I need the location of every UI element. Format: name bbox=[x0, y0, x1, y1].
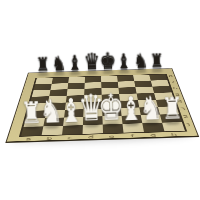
chess-set-photo: abcdefgh87654321 ♜♞♝♛♚♝♞♜♜♞♝♛♚♝♞♜ bbox=[0, 0, 200, 200]
chess-board-group: abcdefgh87654321 ♜♞♝♛♚♝♞♜♜♞♝♛♚♝♞♜ bbox=[0, 0, 200, 200]
black-rook-a8[interactable]: ♜ bbox=[36, 56, 50, 75]
white-knight-g1[interactable]: ♞ bbox=[139, 92, 163, 125]
file-label-g: g bbox=[142, 132, 164, 138]
white-rook-h1[interactable]: ♜ bbox=[161, 93, 183, 124]
black-bishop-f8[interactable]: ♝ bbox=[116, 52, 131, 72]
pieces-layer: ♜♞♝♛♚♝♞♜♜♞♝♛♚♝♞♜ bbox=[0, 0, 197, 3]
file-label-e: e bbox=[101, 134, 122, 140]
file-label-a: a bbox=[17, 136, 39, 142]
black-rook-h8[interactable]: ♜ bbox=[150, 52, 164, 71]
black-queen-d8[interactable]: ♛ bbox=[83, 50, 100, 73]
file-label-d: d bbox=[80, 134, 101, 140]
file-label-f: f bbox=[122, 133, 144, 139]
rank-label-1: 1 bbox=[182, 121, 197, 130]
file-label-h: h bbox=[163, 132, 185, 138]
black-knight-g8[interactable]: ♞ bbox=[133, 51, 148, 71]
black-bishop-c8[interactable]: ♝ bbox=[67, 54, 82, 74]
file-label-b: b bbox=[38, 135, 60, 141]
file-label-c: c bbox=[59, 135, 80, 141]
black-king-e8[interactable]: ♚ bbox=[99, 50, 116, 73]
black-knight-b8[interactable]: ♞ bbox=[51, 54, 66, 74]
